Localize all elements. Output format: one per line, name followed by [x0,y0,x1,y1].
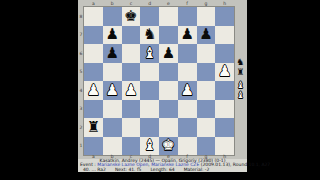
square-e8 [159,7,178,26]
piece-black-pawn: ♟ [105,46,118,61]
square-c7 [122,26,141,45]
square-b8 [103,7,122,26]
square-d8 [140,7,159,26]
square-e2 [159,118,178,137]
square-h4 [215,81,234,100]
square-d5 [140,63,159,82]
piece-black-pawn: ♟ [162,46,175,61]
square-a2: ♜ [84,118,103,137]
square-h1 [215,137,234,156]
game-info-panel: Kasatkin, Andrey (2445) — Opalin, Grigor… [78,159,247,172]
square-c6 [122,44,141,63]
file-label-b: b [103,1,122,7]
square-c2 [122,118,141,137]
square-f8 [178,7,197,26]
file-label-c: c [122,1,141,7]
square-d2 [140,118,159,137]
file-label-f: f [178,1,197,7]
square-f6 [178,44,197,63]
square-b2 [103,118,122,137]
event-details: (2009.01.13), Round 10.1, A27 [199,162,270,167]
square-b5 [103,63,122,82]
square-e7 [159,26,178,45]
square-g1 [197,137,216,156]
square-g8 [197,7,216,26]
captured-white-bishop: ♝ [236,90,244,100]
last-move-label: 40. ... Ra2 [83,168,106,172]
video-frame: abcdefgh 87654321 ♚♟♞♟♟♟♝♟♟♟♟♟♟♜♝♚ abcde… [0,0,320,180]
chess-gui: abcdefgh 87654321 ♚♟♞♟♟♟♝♟♟♟♟♟♟♜♝♚ abcde… [78,0,247,172]
piece-white-pawn: ♟ [105,83,118,98]
next-move-label: Next: 41. f5 [115,168,141,172]
square-b7: ♟ [103,26,122,45]
square-f1 [178,137,197,156]
piece-white-pawn: ♟ [218,64,231,79]
square-h7 [215,26,234,45]
square-a3 [84,100,103,119]
square-a7 [84,26,103,45]
status-line: 40. ... Ra2 Next: 41. f5 Length: 64 Mate… [78,168,247,172]
square-d7: ♞ [140,26,159,45]
square-h3 [215,100,234,119]
chess-board: ♚♟♞♟♟♟♝♟♟♟♟♟♟♜♝♚ [84,7,234,155]
square-h5: ♟ [215,63,234,82]
square-e5 [159,63,178,82]
piece-white-king: ♚ [162,138,175,153]
file-label-g: g [197,1,216,7]
piece-black-pawn: ♟ [199,27,212,42]
piece-white-pawn: ♟ [124,83,137,98]
piece-white-pawn: ♟ [180,83,193,98]
square-g2 [197,118,216,137]
square-a6 [84,44,103,63]
square-h6 [215,44,234,63]
piece-black-pawn: ♟ [180,27,193,42]
square-g7: ♟ [197,26,216,45]
square-f4: ♟ [178,81,197,100]
square-c5 [122,63,141,82]
piece-white-bishop: ♝ [143,46,156,61]
square-d3 [140,100,159,119]
square-d1: ♝ [140,137,159,156]
file-label-e: e [159,1,178,7]
square-f3 [178,100,197,119]
square-h8 [215,7,234,26]
square-g4 [197,81,216,100]
piece-black-pawn: ♟ [105,27,118,42]
game-length-label: Length: 64 [150,168,174,172]
square-b6: ♟ [103,44,122,63]
square-a1 [84,137,103,156]
captured-black-rook: ♜ [236,67,244,77]
piece-black-knight: ♞ [143,27,156,42]
piece-black-king: ♚ [124,9,137,24]
square-g6 [197,44,216,63]
square-b3 [103,100,122,119]
square-f5 [178,63,197,82]
square-a4: ♟ [84,81,103,100]
square-g5 [197,63,216,82]
file-label-a: a [84,1,103,7]
square-d6: ♝ [140,44,159,63]
square-f7: ♟ [178,26,197,45]
captured-white-bishop: ♝ [236,80,244,90]
square-b1 [103,137,122,156]
square-e4 [159,81,178,100]
piece-white-pawn: ♟ [87,83,100,98]
piece-black-rook: ♜ [87,120,100,135]
square-e1: ♚ [159,137,178,156]
square-f2 [178,118,197,137]
square-e3 [159,100,178,119]
file-label-d: d [140,1,159,7]
file-label-h: h [215,1,234,7]
square-a5 [84,63,103,82]
square-c3 [122,100,141,119]
file-labels-top: abcdefgh [84,1,234,7]
square-a8 [84,7,103,26]
square-c8: ♚ [122,7,141,26]
square-d4 [140,81,159,100]
piece-white-bishop: ♝ [143,138,156,153]
square-h2 [215,118,234,137]
captured-black-knight: ♞ [236,57,244,67]
square-c4: ♟ [122,81,141,100]
square-e6: ♟ [159,44,178,63]
captured-pieces-tray: ♞♜♝♝ [235,57,247,100]
square-b4: ♟ [103,81,122,100]
material-balance-label: Material: -2 [184,168,210,172]
square-c1 [122,137,141,156]
square-g3 [197,100,216,119]
